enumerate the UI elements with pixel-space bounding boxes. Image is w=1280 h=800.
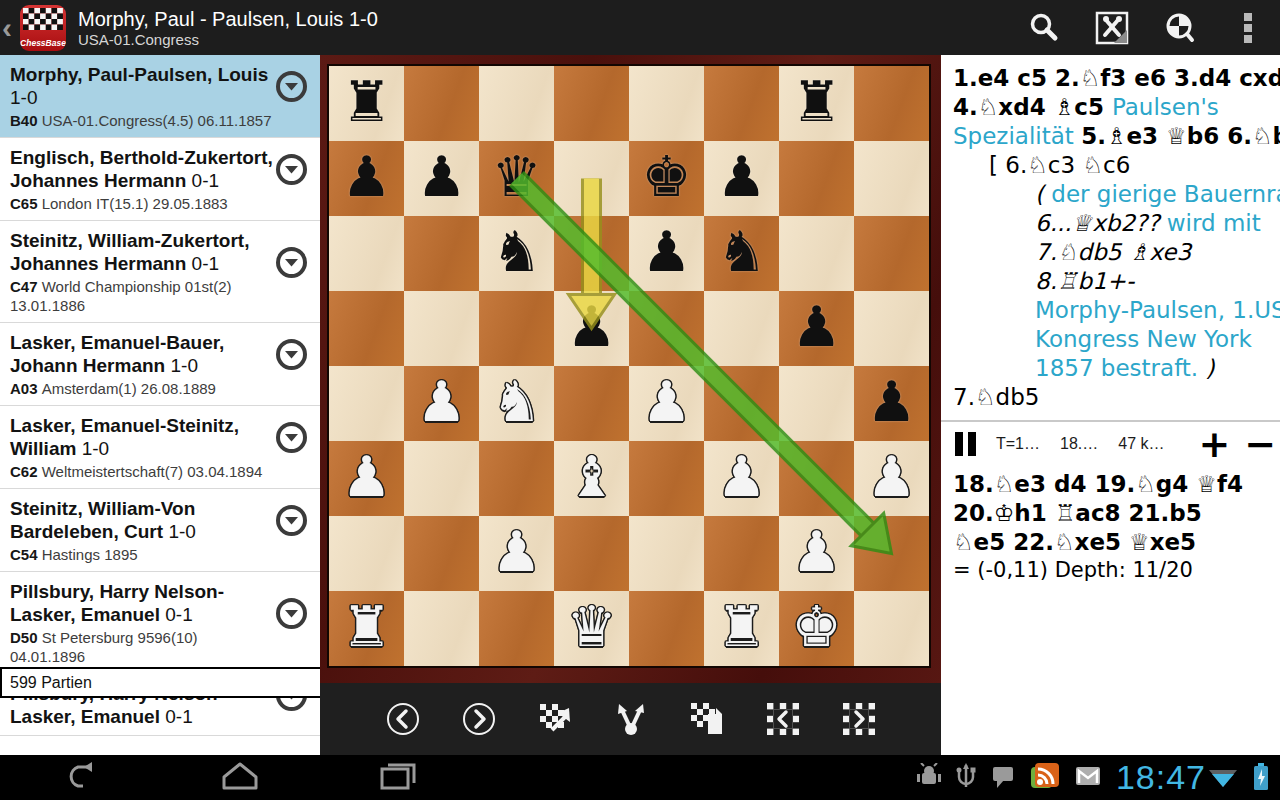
window-subtitle: USA-01.Congress xyxy=(78,31,378,49)
game-list: Morphy, Paul-Paulsen, Louis 1-0B40 USA-0… xyxy=(0,55,320,755)
square-d6[interactable] xyxy=(554,216,629,291)
square-g6[interactable] xyxy=(779,216,854,291)
piece-black-rook-g8[interactable]: ♜ xyxy=(779,66,854,141)
game-players: Lasker, Emanuel-Steinitz, William 1-0 xyxy=(10,414,274,460)
game-meta: B40 USA-01.Congress(4.5) 06.11.1857 xyxy=(10,111,274,130)
square-d5[interactable]: ♟ xyxy=(554,291,629,366)
square-h6[interactable] xyxy=(854,216,929,291)
notation-line: 1857 bestraft. ) xyxy=(953,354,1274,383)
expand-game-icon[interactable] xyxy=(275,246,308,283)
square-c1[interactable] xyxy=(479,591,554,666)
engine-line: 18.♘e3 d4 19.♘g4 ♕f4 xyxy=(953,470,1276,499)
game-players: Lasker, Emanuel-Bauer, Johann Hermann 1-… xyxy=(10,331,274,377)
piece-black-pawn-e6[interactable]: ♟ xyxy=(629,216,704,291)
square-d8[interactable] xyxy=(554,66,629,141)
engine-panel: T=1… 18.… 47 k… + − 18.♘e3 d4 19.♘g4 ♕f4… xyxy=(941,420,1280,582)
square-d2[interactable] xyxy=(554,516,629,591)
battery-icon xyxy=(1252,761,1270,795)
piece-white-king-g1[interactable]: ♚ xyxy=(779,591,854,666)
square-e7[interactable]: ♚ xyxy=(629,141,704,216)
square-f5[interactable] xyxy=(704,291,779,366)
nav-back-icon[interactable] xyxy=(62,761,102,795)
game-list-item-1[interactable]: Englisch, Berthold-Zukertort, Johannes H… xyxy=(0,138,320,221)
piece-white-pawn-c2[interactable]: ♟ xyxy=(479,516,554,591)
status-right-icons xyxy=(1208,761,1270,795)
annotation-text: Morphy-Paulsen, 1.USA xyxy=(1035,297,1280,323)
game-players: Steinitz, William-Zukertort, Johannes He… xyxy=(10,229,274,275)
engine-move-label: 18.… xyxy=(1060,435,1098,453)
search-icon[interactable] xyxy=(1026,10,1062,46)
goto-end-icon[interactable] xyxy=(840,700,878,738)
square-g2[interactable]: ♟ xyxy=(779,516,854,591)
piece-white-pawn-h3[interactable]: ♟ xyxy=(854,441,929,516)
square-f1[interactable]: ♜ xyxy=(704,591,779,666)
move-text[interactable]: 5.♗e3 ♕b6 6.♘b5 xyxy=(1081,123,1280,149)
move-text[interactable]: ) xyxy=(1205,355,1214,381)
piece-white-pawn-g2[interactable]: ♟ xyxy=(779,516,854,591)
game-list-item-5[interactable]: Steinitz, William-Von Bardeleben, Curt 1… xyxy=(0,489,320,572)
square-g7[interactable] xyxy=(779,141,854,216)
notation-line: 7.♘db5 xyxy=(953,383,1274,412)
square-f6[interactable]: ♞ xyxy=(704,216,779,291)
move-text[interactable]: 7.♘db5 ♗xe3 xyxy=(1035,239,1191,265)
square-b7[interactable]: ♟ xyxy=(404,141,479,216)
variations-icon[interactable] xyxy=(612,700,650,738)
notation-line: ( der gierige Bauernraub xyxy=(953,180,1274,209)
goto-start-icon[interactable] xyxy=(764,700,802,738)
piece-white-pawn-f3[interactable]: ♟ xyxy=(704,441,779,516)
piece-black-knight-f6[interactable]: ♞ xyxy=(704,216,779,291)
game-list-item-4[interactable]: Lasker, Emanuel-Steinitz, William 1-0C62… xyxy=(0,406,320,489)
square-e6[interactable]: ♟ xyxy=(629,216,704,291)
square-c7[interactable]: ♛ xyxy=(479,141,554,216)
engine-nodes-label: 47 k… xyxy=(1118,435,1164,453)
square-b8[interactable] xyxy=(404,66,479,141)
square-b5[interactable] xyxy=(404,291,479,366)
usb-icon xyxy=(956,763,976,793)
online-database-icon[interactable] xyxy=(1162,10,1198,46)
square-f7[interactable]: ♟ xyxy=(704,141,779,216)
game-players: Pillsbury, Harry Nelson-Lasker, Emanuel … xyxy=(10,580,274,626)
annotation-text: 1857 bestraft. xyxy=(1035,355,1205,381)
move-text[interactable]: 8.♖b1+- xyxy=(1035,268,1134,294)
piece-black-pawn-f7[interactable]: ♟ xyxy=(704,141,779,216)
notation-line: Morphy-Paulsen, 1.USA xyxy=(953,296,1274,325)
expand-game-icon[interactable] xyxy=(275,504,308,541)
square-h7[interactable] xyxy=(854,141,929,216)
piece-white-rook-f1[interactable]: ♜ xyxy=(704,591,779,666)
annotation-text: wird mit xyxy=(1167,210,1261,236)
piece-black-knight-c6[interactable]: ♞ xyxy=(479,216,554,291)
engine-evaluation: = (-0,11) Depth: 11/20 xyxy=(941,557,1280,582)
move-text[interactable]: 4.♘xd4 ♗c5 xyxy=(953,94,1112,120)
piece-black-pawn-b7[interactable]: ♟ xyxy=(404,141,479,216)
usb-debug-icon xyxy=(916,763,942,793)
more-lines-button[interactable]: + xyxy=(1199,425,1231,463)
square-f2[interactable] xyxy=(704,516,779,591)
piece-white-rook-a1[interactable]: ♜ xyxy=(329,591,404,666)
game-meta: D50 St Petersburg 9596(10) 04.01.1896 xyxy=(10,628,274,666)
square-e5[interactable] xyxy=(629,291,704,366)
chat-icon xyxy=(990,763,1016,793)
previous-move-icon[interactable] xyxy=(384,700,422,738)
expand-game-icon[interactable] xyxy=(275,597,308,634)
square-g8[interactable]: ♜ xyxy=(779,66,854,141)
game-players: Morphy, Paul-Paulsen, Louis 1-0 xyxy=(10,63,274,109)
square-d3[interactable]: ♝ xyxy=(554,441,629,516)
nav-recents-icon[interactable] xyxy=(378,761,418,795)
top-action-bar: ‹ ChessBase Morphy, Paul - Paulsen, Loui… xyxy=(0,0,1280,55)
square-f4[interactable] xyxy=(704,366,779,441)
square-a5[interactable] xyxy=(329,291,404,366)
game-list-item-2[interactable]: Steinitz, William-Zukertort, Johannes He… xyxy=(0,221,320,323)
screen: ‹ ChessBase Morphy, Paul - Paulsen, Loui… xyxy=(0,0,1280,800)
nav-home-icon[interactable] xyxy=(220,761,260,795)
game-players: Englisch, Berthold-Zukertort, Johannes H… xyxy=(10,146,274,192)
piece-black-pawn-d5[interactable]: ♟ xyxy=(554,291,629,366)
engine-line: 20.♔h1 ♖ac8 21.b5 xyxy=(953,499,1276,528)
feeds-icon xyxy=(1030,762,1060,794)
game-meta: A03 Amsterdam(1) 26.08.1889 xyxy=(10,379,274,398)
square-a1[interactable]: ♜ xyxy=(329,591,404,666)
move-text[interactable]: 1.e4 c5 2.♘f3 e6 3.d4 cxd4 xyxy=(953,65,1280,91)
square-d7[interactable] xyxy=(554,141,629,216)
window-title: Morphy, Paul - Paulsen, Louis 1-0 xyxy=(78,7,378,31)
overflow-menu-icon[interactable] xyxy=(1230,10,1266,46)
expand-game-icon[interactable] xyxy=(275,70,308,107)
square-b3[interactable] xyxy=(404,441,479,516)
topbar-icons xyxy=(1026,10,1266,46)
piece-black-pawn-h4[interactable]: ♟ xyxy=(854,366,929,441)
square-d4[interactable] xyxy=(554,366,629,441)
square-e1[interactable] xyxy=(629,591,704,666)
titlebar-text: Morphy, Paul - Paulsen, Louis 1-0 USA-01… xyxy=(78,7,378,49)
board-copy-icon[interactable] xyxy=(688,700,726,738)
square-c8[interactable] xyxy=(479,66,554,141)
expand-game-icon[interactable] xyxy=(275,421,308,458)
square-a2[interactable] xyxy=(329,516,404,591)
square-a3[interactable]: ♟ xyxy=(329,441,404,516)
game-count-toast: 599 Partien xyxy=(0,667,326,698)
system-bar: 18:47 xyxy=(0,755,1280,800)
wifi-icon xyxy=(1208,763,1238,793)
move-text[interactable]: 6...♕xb2?? xyxy=(1035,210,1167,236)
notation-line: [ 6.♘c3 ♘c6 xyxy=(953,151,1274,180)
board-panel: ♜♜♟♟♛♚♟♞♟♞♟♟♟♞♟♟♟♝♟♟♟♟♜♛♜♚ xyxy=(320,55,941,755)
square-h1[interactable] xyxy=(854,591,929,666)
square-b1[interactable] xyxy=(404,591,479,666)
notation-line: 7.♘db5 ♗xe3 xyxy=(953,238,1274,267)
game-players: Steinitz, William-Von Bardeleben, Curt 1… xyxy=(10,497,274,543)
square-d1[interactable]: ♛ xyxy=(554,591,629,666)
square-a7[interactable]: ♟ xyxy=(329,141,404,216)
square-b2[interactable] xyxy=(404,516,479,591)
square-b4[interactable]: ♟ xyxy=(404,366,479,441)
move-text[interactable]: [ 6.♘c3 ♘c6 xyxy=(989,152,1130,178)
gmail-icon xyxy=(1074,763,1102,793)
engine-header: T=1… 18.… 47 k… + − xyxy=(941,422,1280,466)
piece-white-knight-c4[interactable]: ♞ xyxy=(479,366,554,441)
back-chevron-icon[interactable]: ‹ xyxy=(2,0,16,55)
square-g3[interactable] xyxy=(779,441,854,516)
chess-board[interactable]: ♜♜♟♟♛♚♟♞♟♞♟♟♟♞♟♟♟♝♟♟♟♟♜♛♜♚ xyxy=(329,66,929,666)
square-h8[interactable] xyxy=(854,66,929,141)
logo-text: ChessBase xyxy=(20,38,66,48)
square-c5[interactable] xyxy=(479,291,554,366)
chessbase-logo[interactable]: ChessBase xyxy=(20,5,66,51)
game-list-item-6[interactable]: Pillsbury, Harry Nelson-Lasker, Emanuel … xyxy=(0,572,320,674)
logo-checker-pattern xyxy=(23,8,63,30)
square-c4[interactable]: ♞ xyxy=(479,366,554,441)
square-h3[interactable]: ♟ xyxy=(854,441,929,516)
annotation-text: Spezialität xyxy=(953,123,1081,149)
piece-white-queen-d1[interactable]: ♛ xyxy=(554,591,629,666)
notation-line: Spezialität 5.♗e3 ♕b6 6.♘b5 xyxy=(953,122,1274,151)
next-move-icon[interactable] xyxy=(460,700,498,738)
square-g4[interactable] xyxy=(779,366,854,441)
piece-black-pawn-g5[interactable]: ♟ xyxy=(779,291,854,366)
notation-line: 1.e4 c5 2.♘f3 e6 3.d4 cxd4 xyxy=(953,64,1274,93)
notation-line: 6...♕xb2?? wird mit xyxy=(953,209,1274,238)
piece-white-bishop-d3[interactable]: ♝ xyxy=(554,441,629,516)
expand-game-icon[interactable] xyxy=(275,153,308,190)
notation-line: Kongress New York xyxy=(953,325,1274,354)
square-a8[interactable]: ♜ xyxy=(329,66,404,141)
clock: 18:47 xyxy=(1116,758,1206,797)
game-meta: C47 World Championship 01st(2) 13.01.188… xyxy=(10,277,274,315)
square-c2[interactable]: ♟ xyxy=(479,516,554,591)
move-text[interactable]: 7.♘db5 xyxy=(953,384,1039,410)
move-text[interactable]: ( xyxy=(1035,181,1051,207)
game-meta: C54 Hastings 1895 xyxy=(10,545,274,564)
game-list-item-0[interactable]: Morphy, Paul-Paulsen, Louis 1-0B40 USA-0… xyxy=(0,55,320,138)
board-frame: ♜♜♟♟♛♚♟♞♟♞♟♟♟♞♟♟♟♝♟♟♟♟♜♛♜♚ xyxy=(320,55,941,683)
square-a6[interactable] xyxy=(329,216,404,291)
piece-white-pawn-b4[interactable]: ♟ xyxy=(404,366,479,441)
piece-black-pawn-a7[interactable]: ♟ xyxy=(329,141,404,216)
annotation-text: Kongress New York xyxy=(1035,326,1252,352)
game-meta: C65 London IT(15.1) 29.05.1883 xyxy=(10,194,274,213)
expand-game-icon[interactable] xyxy=(275,338,308,375)
status-icons xyxy=(916,762,1102,794)
goto-position-icon[interactable] xyxy=(536,700,574,738)
engine-time-label: T=1… xyxy=(996,435,1040,453)
square-h4[interactable]: ♟ xyxy=(854,366,929,441)
square-g1[interactable]: ♚ xyxy=(779,591,854,666)
engine-lines: 18.♘e3 d4 19.♘g4 ♕f4 20.♔h1 ♖ac8 21.b5 ♘… xyxy=(941,466,1280,557)
analysis-board-icon[interactable] xyxy=(1094,10,1130,46)
square-h5[interactable] xyxy=(854,291,929,366)
square-c3[interactable] xyxy=(479,441,554,516)
square-f3[interactable]: ♟ xyxy=(704,441,779,516)
notation-panel: 1.e4 c5 2.♘f3 e6 3.d4 cxd44.♘xd4 ♗c5 Pau… xyxy=(941,55,1280,755)
piece-black-rook-a8[interactable]: ♜ xyxy=(329,66,404,141)
game-list-item-3[interactable]: Lasker, Emanuel-Bauer, Johann Hermann 1-… xyxy=(0,323,320,406)
annotation-text: der gierige Bauernraub xyxy=(1051,181,1280,207)
square-e2[interactable] xyxy=(629,516,704,591)
notation-line: 4.♘xd4 ♗c5 Paulsen's xyxy=(953,93,1274,122)
square-a4[interactable] xyxy=(329,366,404,441)
pause-icon[interactable] xyxy=(955,432,976,456)
square-g5[interactable]: ♟ xyxy=(779,291,854,366)
game-meta: C62 Weltmeistertschaft(7) 03.04.1894 xyxy=(10,462,274,481)
nav-icons xyxy=(62,761,418,795)
annotation-text: Paulsen's xyxy=(1112,94,1219,120)
engine-line: ♘e5 22.♘xe5 ♕xe5 xyxy=(953,528,1276,557)
square-h2[interactable] xyxy=(854,516,929,591)
square-e8[interactable] xyxy=(629,66,704,141)
piece-white-pawn-a3[interactable]: ♟ xyxy=(329,441,404,516)
square-e4[interactable]: ♟ xyxy=(629,366,704,441)
piece-white-pawn-e4[interactable]: ♟ xyxy=(629,366,704,441)
piece-black-queen-c7[interactable]: ♛ xyxy=(479,141,554,216)
square-e3[interactable] xyxy=(629,441,704,516)
game-notation[interactable]: 1.e4 c5 2.♘f3 e6 3.d4 cxd44.♘xd4 ♗c5 Pau… xyxy=(941,55,1280,412)
board-toolbar xyxy=(320,683,941,755)
square-f8[interactable] xyxy=(704,66,779,141)
square-b6[interactable] xyxy=(404,216,479,291)
piece-black-king-e7[interactable]: ♚ xyxy=(629,141,704,216)
square-c6[interactable]: ♞ xyxy=(479,216,554,291)
notation-line: 8.♖b1+- xyxy=(953,267,1274,296)
fewer-lines-button[interactable]: − xyxy=(1244,425,1276,463)
